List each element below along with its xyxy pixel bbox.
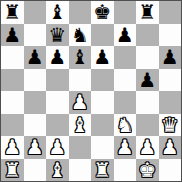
piece-white-king[interactable]: ♚: [138, 160, 156, 180]
piece-white-pawn[interactable]: ♟: [48, 137, 66, 157]
piece-white-queen[interactable]: ♛: [161, 115, 179, 135]
square-e7[interactable]: [91, 24, 114, 47]
square-d5[interactable]: [69, 69, 92, 92]
square-g6[interactable]: [136, 46, 159, 69]
square-f6[interactable]: [114, 46, 137, 69]
square-h5[interactable]: [159, 69, 182, 92]
square-c5[interactable]: [46, 69, 69, 92]
square-e3[interactable]: [91, 114, 114, 137]
piece-black-pawn[interactable]: ♟: [138, 70, 156, 90]
piece-black-bishop[interactable]: ♝: [48, 2, 66, 22]
square-g3[interactable]: [136, 114, 159, 137]
square-b6[interactable]: ♟: [24, 46, 47, 69]
square-e4[interactable]: [91, 91, 114, 114]
square-d7[interactable]: ♞: [69, 24, 92, 47]
square-b7[interactable]: [24, 24, 47, 47]
square-h3[interactable]: ♛: [159, 114, 182, 137]
square-e1[interactable]: ♜: [91, 159, 114, 182]
square-a4[interactable]: [1, 91, 24, 114]
square-b1[interactable]: [24, 159, 47, 182]
square-b5[interactable]: [24, 69, 47, 92]
square-g4[interactable]: [136, 91, 159, 114]
square-a2[interactable]: ♟: [1, 136, 24, 159]
square-e5[interactable]: [91, 69, 114, 92]
square-d8[interactable]: [69, 1, 92, 24]
piece-black-pawn[interactable]: ♟: [26, 47, 44, 67]
square-f7[interactable]: ♟: [114, 24, 137, 47]
square-b8[interactable]: [24, 1, 47, 24]
square-b4[interactable]: [24, 91, 47, 114]
piece-black-rook[interactable]: ♜: [3, 2, 21, 22]
square-h1[interactable]: [159, 159, 182, 182]
square-e6[interactable]: ♟: [91, 46, 114, 69]
square-d6[interactable]: ♝: [69, 46, 92, 69]
square-c3[interactable]: [46, 114, 69, 137]
piece-black-king[interactable]: ♚: [93, 2, 111, 22]
piece-white-pawn[interactable]: ♟: [26, 137, 44, 157]
chess-board: ♜♝♚♜♟♛♞♟♟♟♝♟♟♟♟♝♞♛♟♟♟♟♟♟♜♝♜♚: [0, 0, 182, 182]
square-a8[interactable]: ♜: [1, 1, 24, 24]
piece-black-pawn[interactable]: ♟: [161, 47, 179, 67]
piece-white-bishop[interactable]: ♝: [48, 160, 66, 180]
piece-white-knight[interactable]: ♞: [116, 115, 134, 135]
square-h2[interactable]: ♟: [159, 136, 182, 159]
square-c6[interactable]: ♟: [46, 46, 69, 69]
square-c8[interactable]: ♝: [46, 1, 69, 24]
square-g1[interactable]: ♚: [136, 159, 159, 182]
square-a1[interactable]: ♜: [1, 159, 24, 182]
piece-black-rook[interactable]: ♜: [138, 2, 156, 22]
piece-black-queen[interactable]: ♛: [48, 25, 66, 45]
piece-white-pawn[interactable]: ♟: [161, 137, 179, 157]
piece-black-pawn[interactable]: ♟: [3, 25, 21, 45]
square-a6[interactable]: [1, 46, 24, 69]
square-e8[interactable]: ♚: [91, 1, 114, 24]
square-h8[interactable]: [159, 1, 182, 24]
square-f5[interactable]: [114, 69, 137, 92]
square-c2[interactable]: ♟: [46, 136, 69, 159]
square-c7[interactable]: ♛: [46, 24, 69, 47]
square-a7[interactable]: ♟: [1, 24, 24, 47]
piece-white-rook[interactable]: ♜: [3, 160, 21, 180]
piece-white-pawn[interactable]: ♟: [3, 137, 21, 157]
square-d4[interactable]: ♟: [69, 91, 92, 114]
piece-black-pawn[interactable]: ♟: [48, 47, 66, 67]
square-b3[interactable]: [24, 114, 47, 137]
square-a3[interactable]: [1, 114, 24, 137]
square-g8[interactable]: ♜: [136, 1, 159, 24]
square-g2[interactable]: ♟: [136, 136, 159, 159]
square-h6[interactable]: ♟: [159, 46, 182, 69]
square-f8[interactable]: [114, 1, 137, 24]
square-d2[interactable]: [69, 136, 92, 159]
square-b2[interactable]: ♟: [24, 136, 47, 159]
piece-black-bishop[interactable]: ♝: [71, 47, 89, 67]
square-f4[interactable]: [114, 91, 137, 114]
piece-white-pawn[interactable]: ♟: [71, 92, 89, 112]
piece-white-bishop[interactable]: ♝: [71, 115, 89, 135]
square-f1[interactable]: [114, 159, 137, 182]
square-c1[interactable]: ♝: [46, 159, 69, 182]
piece-white-pawn[interactable]: ♟: [138, 137, 156, 157]
square-c4[interactable]: [46, 91, 69, 114]
square-g7[interactable]: [136, 24, 159, 47]
square-g5[interactable]: ♟: [136, 69, 159, 92]
square-h4[interactable]: [159, 91, 182, 114]
square-f3[interactable]: ♞: [114, 114, 137, 137]
square-h7[interactable]: [159, 24, 182, 47]
square-d3[interactable]: ♝: [69, 114, 92, 137]
square-a5[interactable]: [1, 69, 24, 92]
piece-white-pawn[interactable]: ♟: [116, 137, 134, 157]
piece-white-rook[interactable]: ♜: [93, 160, 111, 180]
piece-black-knight[interactable]: ♞: [71, 25, 89, 45]
square-f2[interactable]: ♟: [114, 136, 137, 159]
square-d1[interactable]: [69, 159, 92, 182]
piece-black-pawn[interactable]: ♟: [116, 25, 134, 45]
piece-black-pawn[interactable]: ♟: [93, 47, 111, 67]
square-e2[interactable]: [91, 136, 114, 159]
